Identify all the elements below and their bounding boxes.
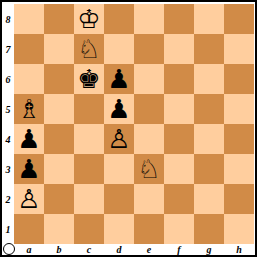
square-f3[interactable] xyxy=(164,154,194,184)
square-e1[interactable] xyxy=(134,214,164,244)
square-h4[interactable] xyxy=(224,124,254,154)
square-a7[interactable] xyxy=(14,34,44,64)
white-king[interactable]: ♔ xyxy=(77,6,100,32)
rank-label-4: 4 xyxy=(2,124,14,154)
square-h7[interactable] xyxy=(224,34,254,64)
rank-label-3: 3 xyxy=(2,154,14,184)
square-b8[interactable] xyxy=(44,4,74,34)
square-b6[interactable] xyxy=(44,64,74,94)
square-d3[interactable] xyxy=(104,154,134,184)
square-b2[interactable] xyxy=(44,184,74,214)
square-h1[interactable] xyxy=(224,214,254,244)
black-king[interactable]: ♚ xyxy=(77,66,100,92)
square-b3[interactable] xyxy=(44,154,74,184)
square-g1[interactable] xyxy=(194,214,224,244)
black-pawn[interactable]: ♟ xyxy=(107,96,130,122)
square-a4[interactable]: ♟ xyxy=(14,124,44,154)
square-g7[interactable] xyxy=(194,34,224,64)
square-b5[interactable] xyxy=(44,94,74,124)
square-e3[interactable]: ♘ xyxy=(134,154,164,184)
square-d1[interactable] xyxy=(104,214,134,244)
chess-diagram: ♔♘♚♟♗♟♟♙♟♘♙ 87654321 abcdefgh xyxy=(0,0,257,257)
square-g8[interactable] xyxy=(194,4,224,34)
rank-label-2: 2 xyxy=(2,184,14,214)
file-label-c: c xyxy=(74,244,104,255)
black-pawn[interactable]: ♟ xyxy=(17,126,40,152)
square-d6[interactable]: ♟ xyxy=(104,64,134,94)
square-a2[interactable]: ♙ xyxy=(14,184,44,214)
square-c4[interactable] xyxy=(74,124,104,154)
square-b7[interactable] xyxy=(44,34,74,64)
rank-label-5: 5 xyxy=(2,94,14,124)
file-label-e: e xyxy=(134,244,164,255)
white-knight[interactable]: ♘ xyxy=(77,36,100,62)
square-d8[interactable] xyxy=(104,4,134,34)
square-d7[interactable] xyxy=(104,34,134,64)
square-g3[interactable] xyxy=(194,154,224,184)
square-a8[interactable] xyxy=(14,4,44,34)
square-g4[interactable] xyxy=(194,124,224,154)
square-c2[interactable] xyxy=(74,184,104,214)
white-knight[interactable]: ♘ xyxy=(137,156,160,182)
rank-label-1: 1 xyxy=(2,214,14,244)
square-a6[interactable] xyxy=(14,64,44,94)
square-f6[interactable] xyxy=(164,64,194,94)
square-h2[interactable] xyxy=(224,184,254,214)
square-f5[interactable] xyxy=(164,94,194,124)
square-e5[interactable] xyxy=(134,94,164,124)
square-h5[interactable] xyxy=(224,94,254,124)
square-e4[interactable] xyxy=(134,124,164,154)
square-f8[interactable] xyxy=(164,4,194,34)
white-pawn[interactable]: ♙ xyxy=(17,186,40,212)
file-label-a: a xyxy=(14,244,44,255)
square-f4[interactable] xyxy=(164,124,194,154)
square-d5[interactable]: ♟ xyxy=(104,94,134,124)
square-e6[interactable] xyxy=(134,64,164,94)
square-e7[interactable] xyxy=(134,34,164,64)
square-d2[interactable] xyxy=(104,184,134,214)
chess-board: ♔♘♚♟♗♟♟♙♟♘♙ xyxy=(14,4,254,244)
rank-label-8: 8 xyxy=(2,4,14,34)
square-c1[interactable] xyxy=(74,214,104,244)
white-pawn[interactable]: ♙ xyxy=(107,126,130,152)
white-bishop[interactable]: ♗ xyxy=(17,96,40,122)
black-pawn[interactable]: ♟ xyxy=(17,156,40,182)
square-h6[interactable] xyxy=(224,64,254,94)
file-label-f: f xyxy=(164,244,194,255)
square-a1[interactable] xyxy=(14,214,44,244)
square-h3[interactable] xyxy=(224,154,254,184)
square-c3[interactable] xyxy=(74,154,104,184)
square-g6[interactable] xyxy=(194,64,224,94)
black-pawn[interactable]: ♟ xyxy=(107,66,130,92)
square-c5[interactable] xyxy=(74,94,104,124)
square-a5[interactable]: ♗ xyxy=(14,94,44,124)
square-g2[interactable] xyxy=(194,184,224,214)
square-c8[interactable]: ♔ xyxy=(74,4,104,34)
square-f1[interactable] xyxy=(164,214,194,244)
rank-label-6: 6 xyxy=(2,64,14,94)
square-g5[interactable] xyxy=(194,94,224,124)
square-c7[interactable]: ♘ xyxy=(74,34,104,64)
square-e8[interactable] xyxy=(134,4,164,34)
file-label-b: b xyxy=(44,244,74,255)
rank-label-7: 7 xyxy=(2,34,14,64)
square-d4[interactable]: ♙ xyxy=(104,124,134,154)
file-label-d: d xyxy=(104,244,134,255)
square-h8[interactable] xyxy=(224,4,254,34)
side-to-move-indicator xyxy=(3,243,15,255)
square-a3[interactable]: ♟ xyxy=(14,154,44,184)
square-b4[interactable] xyxy=(44,124,74,154)
square-b1[interactable] xyxy=(44,214,74,244)
file-label-h: h xyxy=(224,244,254,255)
file-label-g: g xyxy=(194,244,224,255)
square-e2[interactable] xyxy=(134,184,164,214)
square-c6[interactable]: ♚ xyxy=(74,64,104,94)
square-f2[interactable] xyxy=(164,184,194,214)
square-f7[interactable] xyxy=(164,34,194,64)
